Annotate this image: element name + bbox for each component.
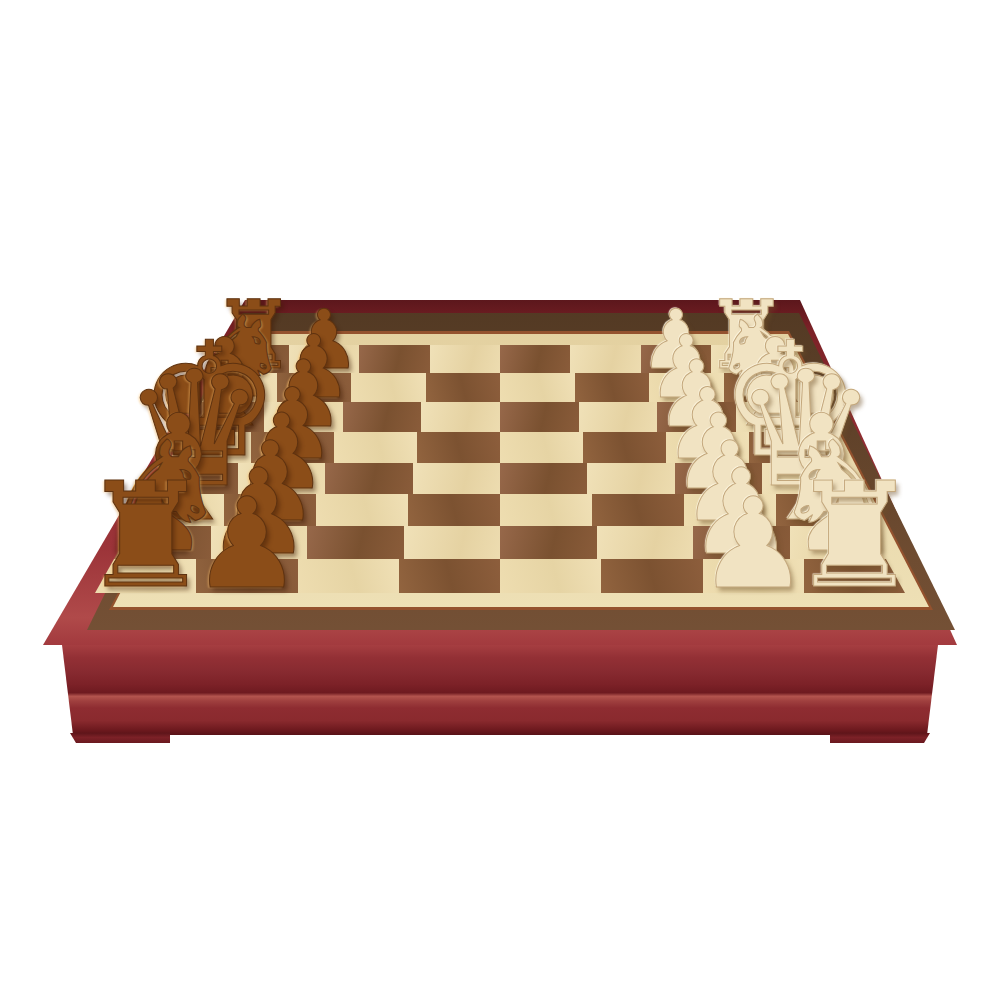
piece-slot-b6	[307, 526, 404, 559]
piece-slot-h3	[570, 345, 640, 373]
piece-slot-d6	[325, 463, 412, 494]
piece-slot-f4	[500, 402, 579, 432]
piece-slot-a5	[399, 559, 500, 593]
piece-slot-c3	[592, 494, 684, 526]
piece-slot-b3	[597, 526, 694, 559]
product-photo-stage: ♜♟♟♜♞♟♟♞♝♟♟♝♚♟♟♚♛♟♟♛♝♟♟♝♞♟♟♞♜♟♟♜	[0, 0, 1000, 1000]
piece-slot-g6	[351, 373, 426, 402]
piece-slot-c6	[316, 494, 408, 526]
piece-slot-g3	[575, 373, 650, 402]
piece-slot-b5	[404, 526, 501, 559]
piece-slot-f6	[343, 402, 422, 432]
chess-pieces-layer: ♜♟♟♜♞♟♟♞♝♟♟♝♚♟♟♚♛♟♟♛♝♟♟♝♞♟♟♞♜♟♟♜	[43, 345, 957, 593]
chessboard-top: ♜♟♟♜♞♟♟♞♝♟♟♝♚♟♟♚♛♟♟♛♝♟♟♝♞♟♟♞♜♟♟♜	[43, 300, 957, 645]
piece-slot-a1: ♜	[804, 559, 905, 593]
piece-slot-g4	[500, 373, 575, 402]
piece-slot-a6	[298, 559, 399, 593]
piece-slot-c5	[408, 494, 500, 526]
box-base-front	[60, 645, 940, 735]
piece-slot-e4	[500, 432, 583, 463]
piece-slot-e6	[334, 432, 417, 463]
piece-black-pawn-a7[interactable]: ♟	[191, 481, 303, 606]
piece-slot-h4	[500, 345, 570, 373]
piece-slot-d3	[587, 463, 674, 494]
piece-slot-e3	[583, 432, 666, 463]
piece-slot-f5	[421, 402, 500, 432]
piece-slot-h5	[430, 345, 500, 373]
piece-slot-g5	[426, 373, 501, 402]
piece-slot-a8: ♜	[95, 559, 196, 593]
piece-row-8: ♜♟♟♜	[95, 559, 905, 593]
piece-slot-c4	[500, 494, 592, 526]
piece-slot-d4	[500, 463, 587, 494]
piece-slot-h6	[359, 345, 429, 373]
piece-slot-a4	[500, 559, 601, 593]
piece-slot-b4	[500, 526, 597, 559]
piece-slot-d5	[413, 463, 500, 494]
box-foot-left	[70, 733, 170, 743]
piece-slot-a7: ♟	[196, 559, 297, 593]
piece-slot-e5	[417, 432, 500, 463]
piece-slot-a3	[601, 559, 702, 593]
box-foot-right	[830, 733, 930, 743]
piece-slot-f3	[579, 402, 658, 432]
piece-white-rook-a1[interactable]: ♜	[789, 463, 919, 608]
